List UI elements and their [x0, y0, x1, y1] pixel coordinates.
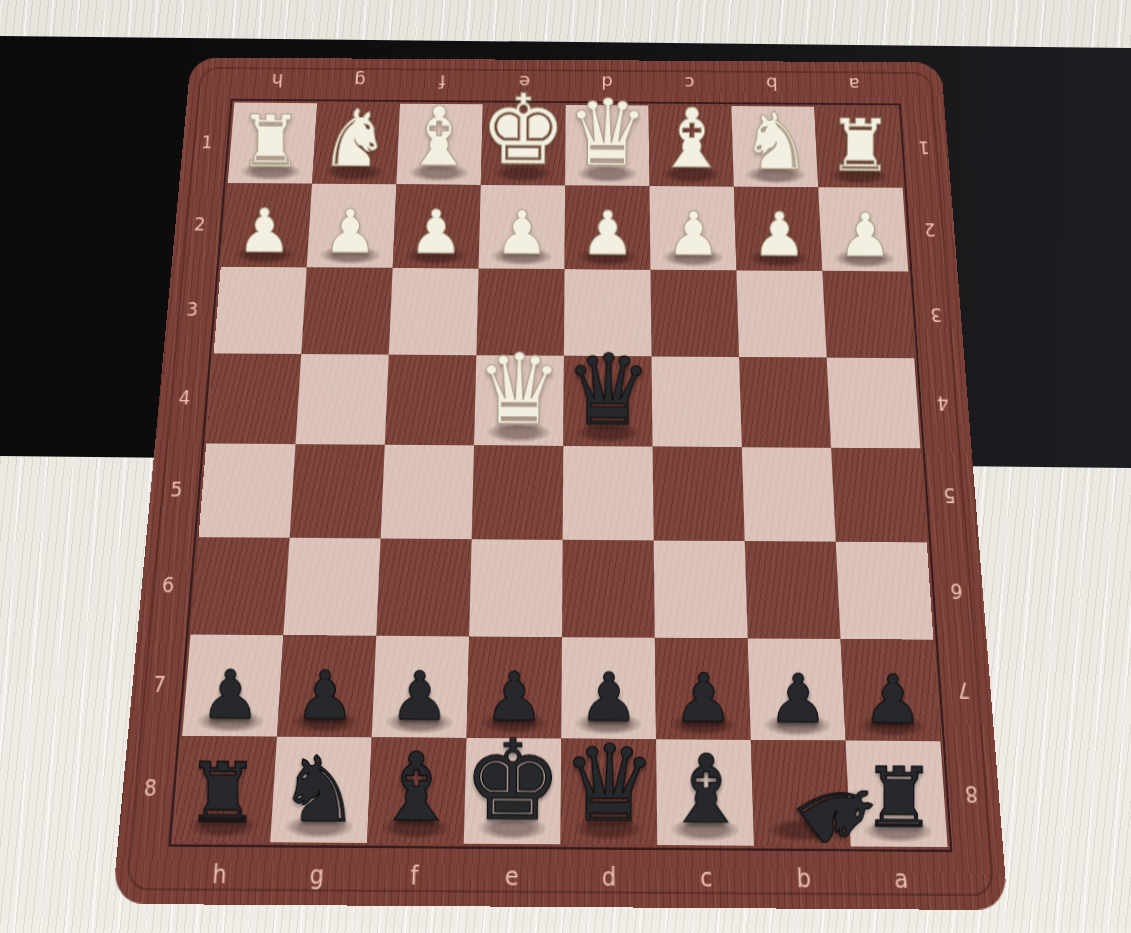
square-h8[interactable]: ♜ — [173, 736, 276, 842]
piece-white-queen-e4[interactable]: ♛ — [474, 341, 562, 439]
file-label-g: g — [266, 842, 367, 905]
scene: 12345678 12345678 hgfedcba hgfedcba ♜♞♝♚… — [0, 0, 1131, 933]
square-b1[interactable]: ♞ — [731, 106, 818, 187]
piece-white-pawn-e2[interactable]: ♟ — [494, 202, 549, 263]
piece-white-pawn-f2[interactable]: ♟ — [408, 201, 463, 262]
square-h3[interactable] — [213, 267, 306, 354]
piece-black-queen-d8[interactable]: ♛ — [561, 730, 657, 837]
square-f4[interactable] — [384, 355, 476, 446]
square-e2[interactable]: ♟ — [478, 185, 565, 269]
piece-black-knight-g8[interactable]: ♞ — [278, 744, 360, 835]
piece-black-queen-d4[interactable]: ♛ — [564, 341, 652, 439]
piece-white-knight-g1[interactable]: ♞ — [319, 99, 390, 179]
rank-label-2: 2 — [171, 183, 227, 267]
piece-white-pawn-c2[interactable]: ♟ — [666, 203, 721, 264]
rank-label-1: 1 — [179, 102, 234, 183]
square-c7[interactable]: ♟ — [654, 638, 750, 740]
square-g2[interactable]: ♟ — [306, 184, 396, 268]
square-h7[interactable]: ♟ — [182, 635, 283, 737]
piece-white-pawn-h2[interactable]: ♟ — [237, 200, 292, 261]
square-b2[interactable]: ♟ — [733, 187, 821, 271]
file-label-c: c — [657, 845, 756, 908]
file-label-h: h — [168, 842, 270, 905]
square-b8[interactable]: ♞ — [750, 740, 850, 846]
piece-black-pawn-g7[interactable]: ♟ — [294, 662, 354, 729]
square-c1[interactable]: ♝ — [648, 105, 733, 186]
piece-white-rook-h1[interactable]: ♜ — [238, 105, 303, 177]
square-e1[interactable]: ♚ — [480, 104, 565, 185]
square-c3[interactable] — [650, 270, 739, 357]
square-f2[interactable]: ♟ — [392, 184, 480, 268]
square-c2[interactable]: ♟ — [649, 186, 736, 270]
square-b7[interactable]: ♟ — [747, 638, 845, 740]
rank-label-2: 2 — [902, 188, 957, 272]
square-h4[interactable] — [206, 353, 301, 444]
piece-white-pawn-d2[interactable]: ♟ — [580, 202, 635, 263]
rank-label-8: 8 — [118, 736, 182, 842]
piece-black-rook-a8[interactable]: ♜ — [861, 756, 936, 839]
square-c6[interactable] — [653, 540, 747, 638]
rank-label-6: 6 — [926, 542, 986, 640]
square-d6[interactable] — [561, 540, 654, 638]
rank-label-6: 6 — [137, 537, 198, 635]
piece-white-rook-a1[interactable]: ♜ — [827, 109, 892, 181]
rank-label-3: 3 — [908, 271, 964, 358]
piece-white-bishop-c1[interactable]: ♝ — [654, 98, 728, 181]
square-g5[interactable] — [289, 444, 384, 538]
piece-white-pawn-g2[interactable]: ♟ — [322, 200, 377, 261]
piece-black-pawn-c7[interactable]: ♟ — [673, 665, 733, 732]
rank-label-1: 1 — [897, 107, 951, 188]
rank-label-4: 4 — [155, 353, 214, 443]
rank-label-5: 5 — [146, 443, 206, 537]
square-f1[interactable]: ♝ — [396, 104, 482, 185]
rank-label-7: 7 — [127, 634, 190, 736]
square-g6[interactable] — [283, 538, 380, 636]
piece-white-bishop-f1[interactable]: ♝ — [401, 96, 475, 179]
file-label-a: a — [811, 62, 896, 107]
piece-white-pawn-a2[interactable]: ♟ — [837, 204, 892, 265]
file-label-a: a — [850, 846, 951, 909]
square-h6[interactable] — [190, 537, 289, 635]
square-e5[interactable] — [471, 445, 563, 539]
square-f7[interactable]: ♟ — [371, 636, 468, 738]
square-a2[interactable]: ♟ — [818, 187, 908, 271]
piece-white-knight-b1[interactable]: ♞ — [740, 102, 811, 182]
square-b3[interactable] — [736, 270, 826, 357]
square-a1[interactable]: ♜ — [814, 107, 902, 188]
square-d2[interactable]: ♟ — [564, 185, 650, 269]
piece-black-pawn-b7[interactable]: ♟ — [767, 666, 827, 733]
board-wrap: 12345678 12345678 hgfedcba hgfedcba ♜♞♝♚… — [112, 57, 1008, 910]
square-g7[interactable]: ♟ — [276, 635, 375, 737]
square-c8[interactable]: ♝ — [656, 739, 754, 845]
file-labels-bottom: hgfedcba — [168, 842, 952, 910]
square-a6[interactable] — [835, 542, 933, 640]
square-h2[interactable]: ♟ — [220, 183, 311, 267]
square-f5[interactable] — [380, 445, 473, 539]
file-label-d: d — [560, 844, 658, 907]
square-e4[interactable]: ♛ — [474, 355, 564, 446]
square-g4[interactable] — [295, 354, 388, 445]
square-d4[interactable]: ♛ — [563, 356, 652, 447]
piece-black-king-e8[interactable]: ♚ — [462, 725, 562, 836]
square-a7[interactable]: ♟ — [840, 639, 940, 741]
square-b6[interactable] — [744, 541, 840, 639]
piece-black-bishop-c8[interactable]: ♝ — [663, 743, 748, 838]
square-d5[interactable] — [562, 446, 653, 540]
square-f6[interactable] — [376, 538, 471, 636]
piece-white-pawn-b2[interactable]: ♟ — [751, 203, 806, 264]
square-h5[interactable] — [198, 443, 295, 537]
square-c5[interactable] — [652, 447, 744, 541]
square-h1[interactable]: ♜ — [227, 103, 316, 184]
square-a3[interactable] — [822, 271, 914, 358]
square-d8[interactable]: ♛ — [560, 739, 657, 845]
squares-grid: ♜♞♝♚♛♝♞♜♟♟♟♟♟♟♟♟♛♛♟♟♟♟♟♟♟♟♜♞♝♚♛♝♞♜ — [173, 103, 947, 847]
square-g3[interactable] — [301, 267, 392, 354]
piece-black-rook-h8[interactable]: ♜ — [185, 751, 260, 834]
square-g1[interactable]: ♞ — [312, 103, 400, 184]
piece-white-king-e1[interactable]: ♚ — [479, 82, 566, 179]
file-label-b: b — [754, 846, 854, 909]
square-e8[interactable]: ♚ — [463, 738, 561, 844]
rank-label-8: 8 — [940, 741, 1003, 847]
rank-label-3: 3 — [163, 266, 220, 353]
piece-black-pawn-f7[interactable]: ♟ — [389, 663, 449, 730]
square-f3[interactable] — [388, 268, 478, 355]
chess-board: 12345678 12345678 hgfedcba hgfedcba ♜♞♝♚… — [112, 57, 1008, 910]
file-label-h: h — [234, 58, 320, 103]
square-c4[interactable] — [651, 356, 741, 447]
square-e6[interactable] — [469, 539, 563, 637]
piece-black-pawn-h7[interactable]: ♟ — [200, 662, 260, 729]
square-b5[interactable] — [741, 447, 835, 541]
file-label-e: e — [462, 844, 560, 907]
file-label-f: f — [364, 843, 464, 906]
rank-label-5: 5 — [920, 448, 979, 542]
piece-black-pawn-a7[interactable]: ♟ — [862, 666, 922, 733]
square-g8[interactable]: ♞ — [270, 737, 371, 843]
piece-white-queen-d1[interactable]: ♛ — [565, 87, 649, 180]
rank-label-7: 7 — [933, 640, 994, 742]
square-f8[interactable]: ♝ — [366, 737, 465, 843]
square-a4[interactable] — [826, 358, 920, 449]
square-d1[interactable]: ♛ — [565, 105, 649, 186]
piece-black-bishop-f8[interactable]: ♝ — [373, 741, 458, 836]
rank-label-4: 4 — [914, 358, 971, 449]
square-a5[interactable] — [831, 448, 927, 542]
square-b4[interactable] — [739, 357, 831, 448]
